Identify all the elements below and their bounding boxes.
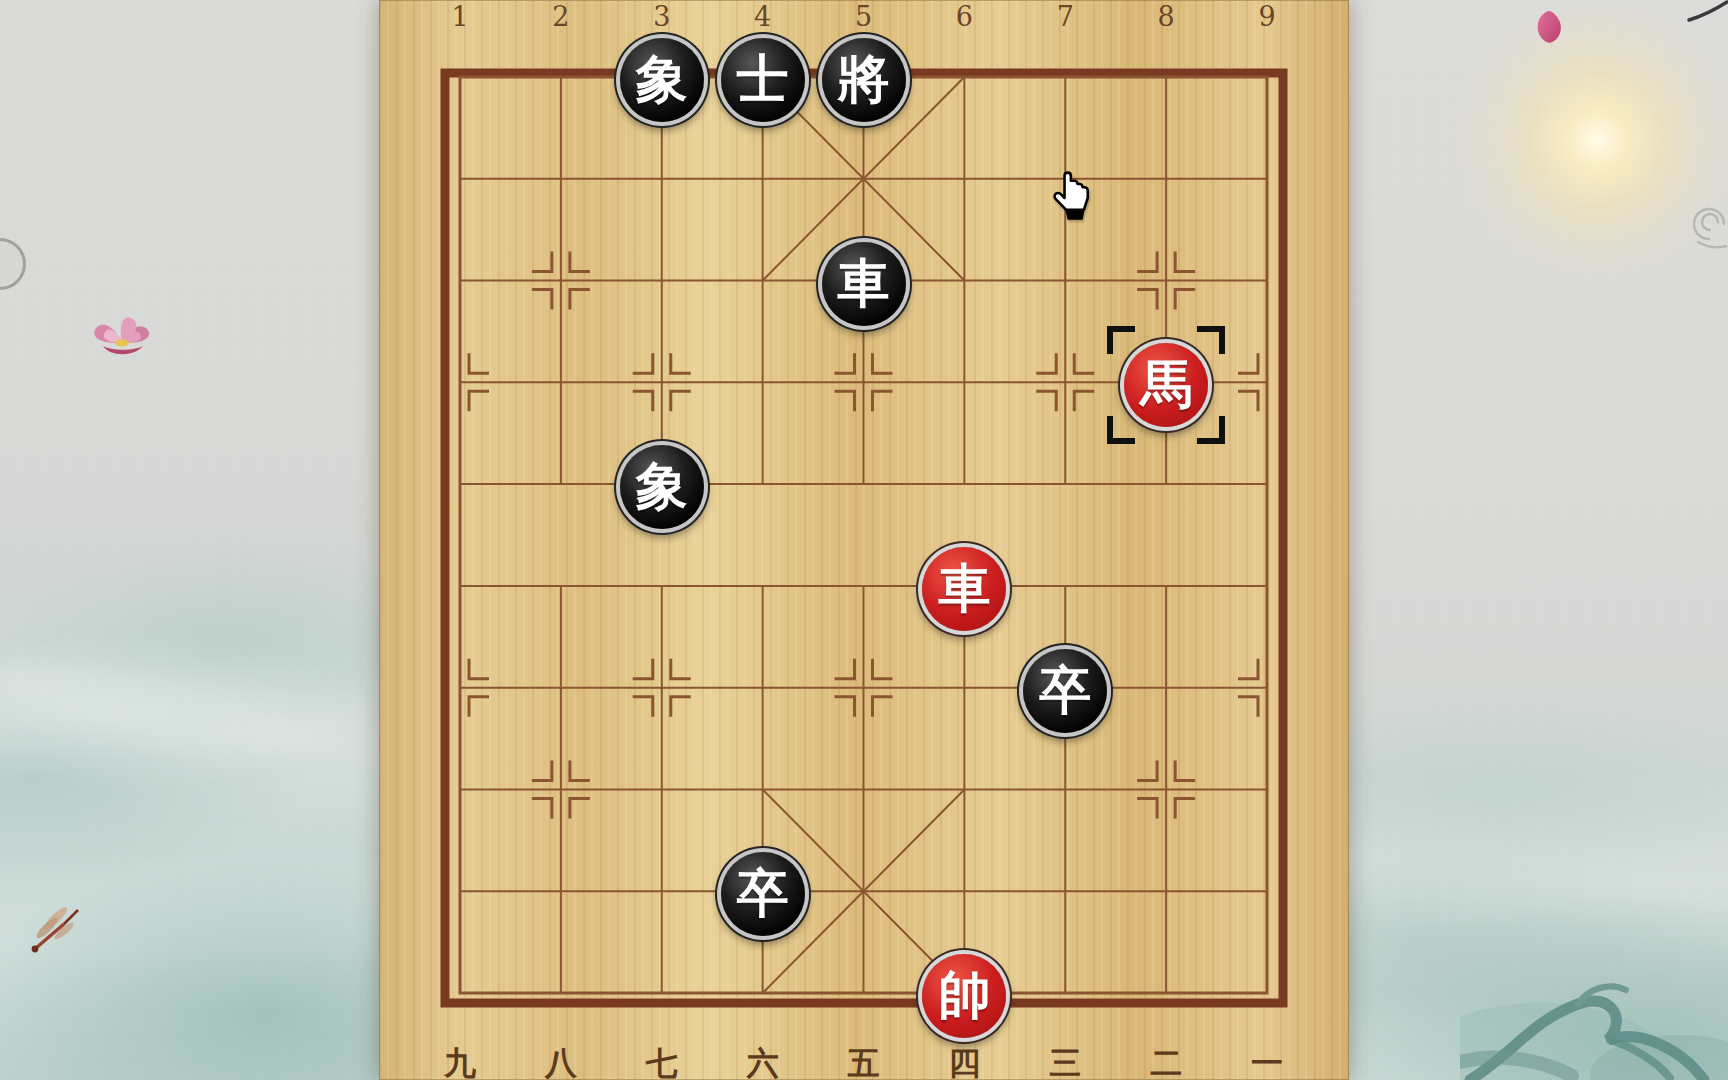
piece-glyph: 車 xyxy=(938,563,990,615)
piece-black-elephant[interactable]: 象 xyxy=(620,445,704,529)
piece-red-general[interactable]: 帥 xyxy=(922,954,1006,1038)
piece-red-chariot[interactable]: 車 xyxy=(922,547,1006,631)
piece-black-soldier[interactable]: 卒 xyxy=(721,852,805,936)
lotus-flower-decoration xyxy=(90,312,154,364)
piece-red-horse[interactable]: 馬 xyxy=(1124,343,1208,427)
dragonfly-decoration xyxy=(26,898,88,956)
piece-black-chariot[interactable]: 車 xyxy=(822,242,906,326)
background-left-panel xyxy=(0,0,379,1080)
piece-black-elephant[interactable]: 象 xyxy=(620,38,704,122)
game-screen: 123456789九八七六五四三二一 象士將車馬象車卒卒帥 xyxy=(0,0,1728,1080)
cloud-swirl-decoration xyxy=(1690,196,1728,258)
piece-black-advisor[interactable]: 士 xyxy=(721,38,805,122)
piece-glyph: 卒 xyxy=(737,868,789,920)
piece-glyph: 馬 xyxy=(1140,359,1192,411)
piece-glyph: 帥 xyxy=(938,970,990,1022)
ink-tree-decoration xyxy=(1460,900,1728,1080)
piece-black-general[interactable]: 將 xyxy=(822,38,906,122)
piece-glyph: 車 xyxy=(838,258,890,310)
branch-tip-decoration xyxy=(1686,0,1728,26)
piece-black-soldier[interactable]: 卒 xyxy=(1023,649,1107,733)
piece-glyph: 將 xyxy=(838,54,890,106)
piece-glyph: 象 xyxy=(636,54,688,106)
piece-glyph: 卒 xyxy=(1039,665,1091,717)
piece-glyph: 士 xyxy=(737,54,789,106)
moon-ring-decoration xyxy=(0,238,26,290)
piece-glyph: 象 xyxy=(636,461,688,513)
xiangqi-board[interactable] xyxy=(379,0,1349,1080)
